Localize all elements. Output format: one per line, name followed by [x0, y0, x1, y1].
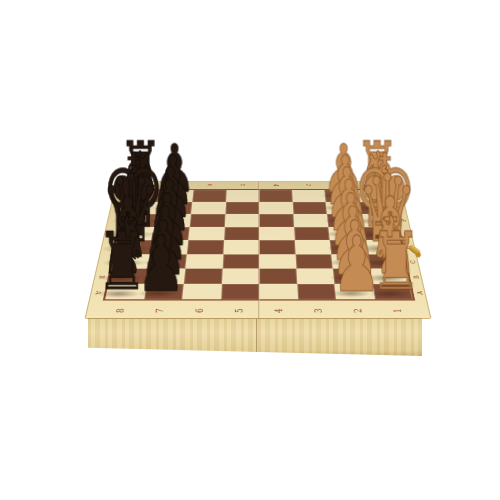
square-g5 — [225, 202, 259, 214]
rank-label-back-5: 5 — [234, 181, 251, 189]
square-a5 — [221, 284, 259, 300]
rank-label-front-8: 8 — [109, 305, 131, 317]
rank-label-front-3: 3 — [308, 305, 329, 317]
square-h5 — [226, 190, 259, 202]
board-scene: 8765432187654321ABABCDEF♜♟♟♜♞♟♟♞♝♟♟♝♚♟♟♚… — [0, 0, 500, 500]
rank-label-back-4: 4 — [267, 181, 284, 189]
square-d5 — [223, 240, 259, 254]
square-c4 — [259, 254, 296, 268]
rank-label-front-2: 2 — [347, 305, 368, 317]
rank-label-front-1: 1 — [387, 305, 409, 317]
rank-label-front-7: 7 — [149, 305, 170, 317]
piece-black-pawn-a7: ♟ — [117, 179, 205, 302]
chess-board: 8765432187654321ABABCDEF♜♟♟♜♞♟♟♞♝♟♟♝♚♟♟♚… — [84, 181, 431, 319]
rank-label-front-5: 5 — [229, 305, 249, 317]
square-h4 — [259, 190, 292, 202]
square-g4 — [259, 202, 293, 214]
square-d4 — [259, 240, 295, 254]
rank-label-front-6: 6 — [189, 305, 210, 317]
box-front-seam — [256, 319, 258, 356]
square-e5 — [224, 227, 259, 240]
square-f4 — [259, 214, 294, 227]
square-b4 — [259, 269, 297, 284]
square-f5 — [224, 214, 259, 227]
square-b5 — [221, 269, 259, 284]
square-e4 — [259, 227, 294, 240]
piece-white-rook-a1: ♜ — [352, 179, 440, 302]
rank-label-front-4: 4 — [269, 305, 289, 317]
square-a4 — [259, 284, 297, 300]
square-c5 — [222, 254, 259, 268]
product-photo: 8765432187654321ABABCDEF♜♟♟♜♞♟♟♞♝♟♟♝♚♟♟♚… — [0, 0, 500, 500]
